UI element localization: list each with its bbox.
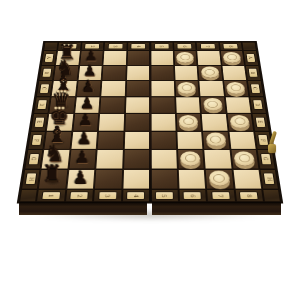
coordinate-text: 1 xyxy=(48,194,54,197)
coordinate-text: D xyxy=(39,103,45,106)
coordinate-text: 8 xyxy=(246,194,252,197)
coordinate-text: 7 xyxy=(218,194,224,197)
dark-pawn[interactable]: ♟ xyxy=(72,169,88,186)
square-c6r1[interactable] xyxy=(173,51,197,66)
square-c3r8[interactable] xyxy=(94,169,123,189)
square-c5r3[interactable] xyxy=(150,81,175,97)
square-c2r7[interactable]: ♟ xyxy=(68,149,97,168)
coordinate-chip: D xyxy=(253,100,263,109)
coordinate-chip: 2 xyxy=(70,192,88,198)
coordinate-chip: 6 xyxy=(184,192,202,198)
square-c4r1[interactable] xyxy=(126,51,150,66)
coordinate-text: C xyxy=(253,87,259,90)
square-c5r6[interactable] xyxy=(150,131,177,149)
square-c7r5[interactable] xyxy=(201,113,228,131)
file-label-A: A xyxy=(243,51,259,66)
coordinate-text: B xyxy=(44,72,49,74)
crown-balls-icon xyxy=(57,90,67,93)
coordinate-text: A xyxy=(248,57,253,59)
square-c3r1[interactable] xyxy=(103,51,127,66)
file-label-E: E xyxy=(252,113,270,131)
coordinate-text: D xyxy=(255,103,261,106)
coordinate-text: 6 xyxy=(182,45,187,47)
coordinate-chip: 8 xyxy=(223,44,238,48)
coordinate-text: B xyxy=(250,72,255,74)
coordinate-chip: 8 xyxy=(240,192,258,198)
square-c8r8[interactable] xyxy=(232,169,262,189)
coordinate-chip: 3 xyxy=(108,44,122,48)
coordinate-chip: E xyxy=(34,117,44,126)
square-c4r4[interactable] xyxy=(125,97,150,114)
square-c7r6[interactable] xyxy=(202,131,230,149)
coordinate-chip: C xyxy=(251,84,261,93)
dark-pawn[interactable]: ♟ xyxy=(74,149,89,165)
square-c3r3[interactable] xyxy=(100,81,125,97)
photo-stage: 12345678A♜♟AB♞♟BC♝♟CD♛♟DE♚♟EF♝♟FG♞♟GH♜♟H… xyxy=(0,0,300,300)
square-c4r6[interactable] xyxy=(123,131,150,149)
coordinate-text: 3 xyxy=(105,194,111,197)
square-c5r4[interactable] xyxy=(150,97,175,114)
clasp-catch-icon xyxy=(268,144,276,153)
light-checker-disc[interactable] xyxy=(176,52,194,63)
square-c6r5[interactable] xyxy=(175,113,202,131)
rank-label-1: 1 xyxy=(36,189,66,202)
coordinate-text: G xyxy=(31,157,37,160)
board-scene: 12345678A♜♟AB♞♟BC♝♟CD♛♟DE♚♟EF♝♟FG♞♟GH♜♟H… xyxy=(19,0,281,202)
coordinate-chip: 3 xyxy=(99,192,117,198)
rank-label-3: 3 xyxy=(93,189,122,202)
file-label-F: F xyxy=(27,131,45,149)
coordinate-text: H xyxy=(266,177,272,181)
coordinate-text: 4 xyxy=(136,45,141,47)
square-c3r2[interactable] xyxy=(101,65,126,80)
rank-label-8: 8 xyxy=(234,189,264,202)
coordinate-text: A xyxy=(47,57,52,59)
square-c6r3[interactable] xyxy=(174,81,199,97)
chess-checkers-board: 12345678A♜♟AB♞♟BC♝♟CD♛♟DE♚♟EF♝♟FG♞♟GH♜♟H… xyxy=(19,42,281,202)
light-checker-disc[interactable] xyxy=(223,52,242,63)
coordinate-chip: B xyxy=(42,69,52,77)
dark-rook[interactable]: ♜ xyxy=(42,163,63,185)
file-label-H: H xyxy=(259,169,279,189)
dark-pawn[interactable]: ♟ xyxy=(78,112,93,128)
coordinate-chip: H xyxy=(25,173,36,184)
coordinate-text: C xyxy=(42,87,48,90)
coordinate-chip: F xyxy=(31,135,42,145)
square-c7r8[interactable] xyxy=(205,169,234,189)
square-c8r1[interactable] xyxy=(220,51,245,66)
square-c6r4[interactable] xyxy=(175,97,201,114)
light-checker-disc[interactable] xyxy=(208,171,230,186)
light-checker-disc[interactable] xyxy=(205,133,226,147)
coordinate-chip: G xyxy=(28,154,39,164)
square-c4r5[interactable] xyxy=(124,113,150,131)
rank-label-8: 8 xyxy=(219,42,243,50)
coordinate-text: H xyxy=(28,177,34,181)
coordinate-chip: D xyxy=(37,100,47,109)
light-checker-disc[interactable] xyxy=(226,82,246,94)
square-c7r7[interactable] xyxy=(203,149,232,168)
square-c7r4[interactable] xyxy=(200,97,227,114)
coordinate-chip: 5 xyxy=(154,44,168,48)
brass-clasp xyxy=(265,131,281,159)
coordinate-chip: B xyxy=(248,69,258,77)
square-c3r4[interactable] xyxy=(99,97,125,114)
file-label-C: C xyxy=(36,81,53,97)
coordinate-chip: A xyxy=(246,54,255,62)
coordinate-text: 4 xyxy=(133,194,139,197)
square-c5r5[interactable] xyxy=(150,113,176,131)
file-label-C: C xyxy=(247,81,264,97)
rank-label-6: 6 xyxy=(173,42,196,50)
dark-pawn[interactable]: ♟ xyxy=(84,48,97,62)
light-checker-disc[interactable] xyxy=(230,115,251,128)
square-c6r2[interactable] xyxy=(174,65,199,80)
rank-label-4: 4 xyxy=(127,42,150,50)
coordinate-text: 5 xyxy=(161,194,167,197)
square-c7r3[interactable] xyxy=(199,81,225,97)
square-c4r2[interactable] xyxy=(126,65,150,80)
coordinate-chip: A xyxy=(44,54,53,62)
light-checker-disc[interactable] xyxy=(203,98,223,110)
square-c5r8[interactable] xyxy=(150,169,178,189)
coordinate-chip: 1 xyxy=(42,192,60,198)
dark-pawn[interactable]: ♟ xyxy=(81,79,95,94)
square-c8r5[interactable] xyxy=(226,113,254,131)
square-c8r3[interactable] xyxy=(223,81,249,97)
rank-label-2: 2 xyxy=(65,189,94,202)
crown-balls-icon xyxy=(54,107,64,110)
dark-pawn[interactable]: ♟ xyxy=(80,95,94,110)
square-c7r2[interactable] xyxy=(197,65,222,80)
coordinate-text: F xyxy=(34,139,40,142)
rank-label-4: 4 xyxy=(122,189,151,202)
rank-label-7: 7 xyxy=(196,42,220,50)
coordinate-chip: H xyxy=(263,173,274,184)
coordinate-text: 3 xyxy=(113,45,118,47)
dark-pawn[interactable]: ♟ xyxy=(76,130,91,146)
square-c8r4[interactable] xyxy=(224,97,251,114)
light-checker-disc[interactable] xyxy=(177,82,196,94)
square-c3r6[interactable] xyxy=(97,131,124,149)
border-corner xyxy=(262,189,281,202)
square-c4r8[interactable] xyxy=(122,169,150,189)
border-corner xyxy=(43,42,58,50)
square-c8r2[interactable] xyxy=(221,65,247,80)
box-front-left-half xyxy=(19,202,147,215)
square-c6r7[interactable] xyxy=(177,149,205,168)
coordinate-text: 5 xyxy=(159,45,164,47)
square-c5r2[interactable] xyxy=(150,65,174,80)
square-c5r7[interactable] xyxy=(150,149,177,168)
rank-label-5: 5 xyxy=(150,189,179,202)
square-c8r6[interactable] xyxy=(228,131,257,149)
light-checker-disc[interactable] xyxy=(179,115,199,128)
coordinate-chip: E xyxy=(255,117,265,126)
rank-label-3: 3 xyxy=(104,42,127,50)
border-corner xyxy=(19,189,38,202)
rank-label-7: 7 xyxy=(206,189,235,202)
folded-box-front xyxy=(19,202,281,215)
square-c7r1[interactable] xyxy=(196,51,221,66)
border-corner xyxy=(242,42,257,50)
light-checker-disc[interactable] xyxy=(180,151,201,165)
dark-pawn[interactable]: ♟ xyxy=(83,63,97,77)
file-label-D: D xyxy=(249,97,266,114)
coordinate-text: E xyxy=(37,121,43,124)
square-c2r8[interactable]: ♟ xyxy=(66,169,95,189)
square-c4r3[interactable] xyxy=(125,81,150,97)
square-c8r7[interactable] xyxy=(230,149,259,168)
square-c1r8[interactable]: ♜ xyxy=(38,169,68,189)
square-c3r7[interactable] xyxy=(95,149,123,168)
coordinate-chip: 7 xyxy=(212,192,230,198)
square-c6r8[interactable] xyxy=(177,169,206,189)
coordinate-text: 2 xyxy=(76,194,82,197)
file-label-B: B xyxy=(245,65,262,80)
rank-label-5: 5 xyxy=(150,42,173,50)
light-checker-disc[interactable] xyxy=(234,151,256,165)
coordinate-chip: C xyxy=(40,84,50,93)
coordinate-text: 7 xyxy=(205,45,210,47)
coordinate-text: 6 xyxy=(189,194,195,197)
coordinate-text: E xyxy=(258,121,264,124)
coordinate-text: 8 xyxy=(228,45,233,47)
coordinate-chip: 7 xyxy=(200,44,215,48)
square-c4r7[interactable] xyxy=(123,149,150,168)
box-front-right-half xyxy=(152,202,281,215)
square-c3r5[interactable] xyxy=(98,113,125,131)
coordinate-chip: 6 xyxy=(177,44,191,48)
light-checker-disc[interactable] xyxy=(201,67,220,78)
coordinate-chip: 4 xyxy=(131,44,145,48)
square-c5r1[interactable] xyxy=(150,51,174,66)
coordinate-chip: 5 xyxy=(155,192,172,198)
rank-label-6: 6 xyxy=(178,189,207,202)
square-c6r6[interactable] xyxy=(176,131,203,149)
coordinate-chip: 4 xyxy=(127,192,144,198)
